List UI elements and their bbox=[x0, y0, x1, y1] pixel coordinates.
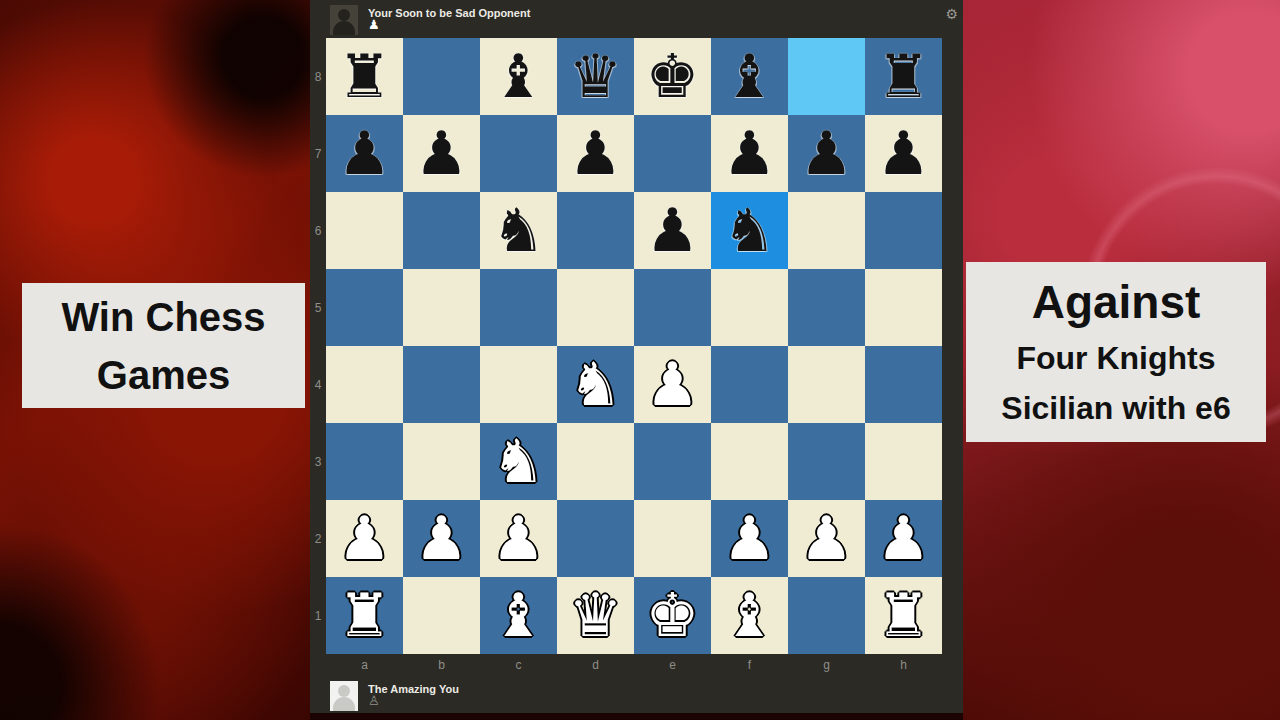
square-c2[interactable]: ♟ bbox=[480, 500, 557, 577]
square-h5[interactable] bbox=[865, 269, 942, 346]
piece-white-king[interactable]: ♚ bbox=[646, 577, 700, 654]
piece-black-bishop[interactable]: ♝ bbox=[492, 38, 546, 115]
rank-label-3: 3 bbox=[310, 423, 326, 500]
square-e5[interactable] bbox=[634, 269, 711, 346]
file-label-a: a bbox=[326, 655, 403, 675]
square-f5[interactable] bbox=[711, 269, 788, 346]
square-e7[interactable] bbox=[634, 115, 711, 192]
square-e4[interactable]: ♟ bbox=[634, 346, 711, 423]
caption-win-chess-games: Win Chess Games bbox=[22, 283, 305, 408]
square-c4[interactable] bbox=[480, 346, 557, 423]
square-a8[interactable]: ♜ bbox=[326, 38, 403, 115]
square-b4[interactable] bbox=[403, 346, 480, 423]
avatar-silhouette-head bbox=[338, 685, 350, 697]
square-h2[interactable]: ♟ bbox=[865, 500, 942, 577]
piece-black-rook[interactable]: ♜ bbox=[877, 38, 931, 115]
chess-app-panel: Your Soon to be Sad Opponent ♟ ⚙ 8765432… bbox=[310, 0, 963, 713]
square-h8[interactable]: ♜ bbox=[865, 38, 942, 115]
square-c8[interactable]: ♝ bbox=[480, 38, 557, 115]
square-b5[interactable] bbox=[403, 269, 480, 346]
square-b2[interactable]: ♟ bbox=[403, 500, 480, 577]
square-g6[interactable] bbox=[788, 192, 865, 269]
piece-white-knight[interactable]: ♞ bbox=[569, 346, 623, 423]
piece-black-pawn[interactable]: ♟ bbox=[338, 115, 392, 192]
piece-black-pawn[interactable]: ♟ bbox=[569, 115, 623, 192]
square-g3[interactable] bbox=[788, 423, 865, 500]
square-g1[interactable] bbox=[788, 577, 865, 654]
chess-board: ♜♝♛♚♝♜♟♟♟♟♟♟♞♟♞♞♟♞♟♟♟♟♟♟♜♝♛♚♝♜ bbox=[326, 38, 942, 654]
gear-icon[interactable]: ⚙ bbox=[945, 6, 958, 22]
file-coordinates: abcdefgh bbox=[326, 655, 942, 675]
file-label-c: c bbox=[480, 655, 557, 675]
square-e2[interactable] bbox=[634, 500, 711, 577]
caption-line: Sicilian with e6 bbox=[1001, 383, 1230, 433]
piece-black-knight[interactable]: ♞ bbox=[723, 192, 777, 269]
square-g8[interactable] bbox=[788, 38, 865, 115]
square-c7[interactable] bbox=[480, 115, 557, 192]
square-d6[interactable] bbox=[557, 192, 634, 269]
file-label-f: f bbox=[711, 655, 788, 675]
piece-white-rook[interactable]: ♜ bbox=[338, 577, 392, 654]
piece-black-pawn[interactable]: ♟ bbox=[646, 192, 700, 269]
piece-white-queen[interactable]: ♛ bbox=[569, 577, 623, 654]
caption-title: Against bbox=[1032, 271, 1201, 333]
piece-white-pawn[interactable]: ♟ bbox=[723, 500, 777, 577]
square-f1[interactable]: ♝ bbox=[711, 577, 788, 654]
square-a7[interactable]: ♟ bbox=[326, 115, 403, 192]
square-b3[interactable] bbox=[403, 423, 480, 500]
piece-white-rook[interactable]: ♜ bbox=[877, 577, 931, 654]
rank-label-4: 4 bbox=[310, 346, 326, 423]
square-b8[interactable] bbox=[403, 38, 480, 115]
square-e1[interactable]: ♚ bbox=[634, 577, 711, 654]
square-a1[interactable]: ♜ bbox=[326, 577, 403, 654]
avatar-silhouette-head bbox=[338, 9, 350, 21]
square-b1[interactable] bbox=[403, 577, 480, 654]
file-label-b: b bbox=[403, 655, 480, 675]
square-h6[interactable] bbox=[865, 192, 942, 269]
piece-white-pawn[interactable]: ♟ bbox=[492, 500, 546, 577]
square-c1[interactable]: ♝ bbox=[480, 577, 557, 654]
square-a2[interactable]: ♟ bbox=[326, 500, 403, 577]
rank-label-8: 8 bbox=[310, 38, 326, 115]
rank-coordinates: 87654321 bbox=[310, 38, 326, 654]
square-h1[interactable]: ♜ bbox=[865, 577, 942, 654]
piece-white-pawn[interactable]: ♟ bbox=[800, 500, 854, 577]
piece-white-pawn[interactable]: ♟ bbox=[646, 346, 700, 423]
square-f2[interactable]: ♟ bbox=[711, 500, 788, 577]
square-d7[interactable]: ♟ bbox=[557, 115, 634, 192]
square-c5[interactable] bbox=[480, 269, 557, 346]
square-h4[interactable] bbox=[865, 346, 942, 423]
square-a3[interactable] bbox=[326, 423, 403, 500]
piece-black-bishop[interactable]: ♝ bbox=[723, 38, 777, 115]
square-h3[interactable] bbox=[865, 423, 942, 500]
piece-white-knight[interactable]: ♞ bbox=[492, 423, 546, 500]
square-g2[interactable]: ♟ bbox=[788, 500, 865, 577]
white-side-pawn-icon: ♙ bbox=[368, 694, 380, 708]
opponent-avatar[interactable] bbox=[330, 5, 358, 35]
black-side-pawn-icon: ♟ bbox=[368, 18, 380, 32]
file-label-e: e bbox=[634, 655, 711, 675]
square-e3[interactable] bbox=[634, 423, 711, 500]
square-f4[interactable] bbox=[711, 346, 788, 423]
rank-label-5: 5 bbox=[310, 269, 326, 346]
square-c3[interactable]: ♞ bbox=[480, 423, 557, 500]
piece-white-pawn[interactable]: ♟ bbox=[415, 500, 469, 577]
avatar-silhouette-torso bbox=[333, 21, 355, 35]
square-f7[interactable]: ♟ bbox=[711, 115, 788, 192]
opponent-bar: Your Soon to be Sad Opponent ♟ ⚙ bbox=[310, 0, 963, 38]
square-g7[interactable]: ♟ bbox=[788, 115, 865, 192]
square-e6[interactable]: ♟ bbox=[634, 192, 711, 269]
file-label-g: g bbox=[788, 655, 865, 675]
file-label-d: d bbox=[557, 655, 634, 675]
square-f8[interactable]: ♝ bbox=[711, 38, 788, 115]
avatar-silhouette-torso bbox=[333, 697, 355, 711]
square-d8[interactable]: ♛ bbox=[557, 38, 634, 115]
square-b7[interactable]: ♟ bbox=[403, 115, 480, 192]
square-d2[interactable] bbox=[557, 500, 634, 577]
square-a4[interactable] bbox=[326, 346, 403, 423]
caption-line: Four Knights bbox=[1016, 333, 1215, 383]
piece-black-queen[interactable]: ♛ bbox=[569, 38, 623, 115]
rank-label-7: 7 bbox=[310, 115, 326, 192]
square-g5[interactable] bbox=[788, 269, 865, 346]
piece-black-pawn[interactable]: ♟ bbox=[723, 115, 777, 192]
square-c6[interactable]: ♞ bbox=[480, 192, 557, 269]
square-d5[interactable] bbox=[557, 269, 634, 346]
file-label-h: h bbox=[865, 655, 942, 675]
piece-white-bishop[interactable]: ♝ bbox=[492, 577, 546, 654]
piece-black-rook[interactable]: ♜ bbox=[338, 38, 392, 115]
square-d1[interactable]: ♛ bbox=[557, 577, 634, 654]
rank-label-6: 6 bbox=[310, 192, 326, 269]
square-f3[interactable] bbox=[711, 423, 788, 500]
player-name[interactable]: The Amazing You bbox=[368, 683, 459, 695]
piece-black-pawn[interactable]: ♟ bbox=[877, 115, 931, 192]
piece-black-pawn[interactable]: ♟ bbox=[800, 115, 854, 192]
rank-label-1: 1 bbox=[310, 577, 326, 654]
piece-black-knight[interactable]: ♞ bbox=[492, 192, 546, 269]
stage: Your Soon to be Sad Opponent ♟ ⚙ 8765432… bbox=[0, 0, 1280, 720]
player-bar: The Amazing You ♙ bbox=[310, 676, 963, 713]
piece-black-pawn[interactable]: ♟ bbox=[415, 115, 469, 192]
square-g4[interactable] bbox=[788, 346, 865, 423]
square-a5[interactable] bbox=[326, 269, 403, 346]
caption-opening-name: Against Four Knights Sicilian with e6 bbox=[966, 262, 1266, 442]
caption-line: Win Chess bbox=[61, 288, 265, 346]
square-f6[interactable]: ♞ bbox=[711, 192, 788, 269]
square-d4[interactable]: ♞ bbox=[557, 346, 634, 423]
square-e8[interactable]: ♚ bbox=[634, 38, 711, 115]
square-h7[interactable]: ♟ bbox=[865, 115, 942, 192]
square-d3[interactable] bbox=[557, 423, 634, 500]
rank-label-2: 2 bbox=[310, 500, 326, 577]
piece-white-pawn[interactable]: ♟ bbox=[877, 500, 931, 577]
square-a6[interactable] bbox=[326, 192, 403, 269]
square-b6[interactable] bbox=[403, 192, 480, 269]
opponent-name[interactable]: Your Soon to be Sad Opponent bbox=[368, 7, 530, 19]
piece-black-king[interactable]: ♚ bbox=[646, 38, 700, 115]
piece-white-bishop[interactable]: ♝ bbox=[723, 577, 777, 654]
caption-line: Games bbox=[97, 346, 230, 404]
piece-white-pawn[interactable]: ♟ bbox=[338, 500, 392, 577]
player-avatar[interactable] bbox=[330, 681, 358, 711]
